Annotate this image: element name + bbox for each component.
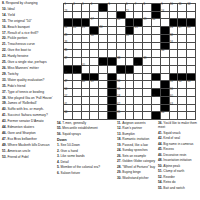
white-cell	[90, 97, 98, 104]
white-cell	[82, 43, 90, 50]
white-cell	[178, 12, 186, 19]
white-cell	[143, 43, 151, 50]
across-clue-list-left: 8. Respond by changing10. Ideal14. Yield…	[2, 1, 58, 160]
cell-number: 4	[91, 4, 92, 7]
white-cell	[187, 89, 195, 96]
clue-text: Retro do	[163, 180, 175, 184]
clue-text: Avignon assents	[122, 121, 145, 125]
clue: 51. Clump of earth	[158, 169, 199, 173]
white-cell: 65	[117, 112, 125, 119]
white-cell: 13	[64, 12, 72, 19]
white-cell	[134, 74, 142, 81]
white-cell: 44	[73, 74, 81, 81]
clue: 5. Member of the colonial era?	[57, 165, 114, 169]
white-cell: 12	[187, 4, 195, 11]
white-cell	[126, 112, 134, 119]
black-cell	[152, 112, 160, 119]
clue: 24. Sunday speeches	[117, 148, 156, 152]
white-cell	[90, 66, 98, 73]
white-cell: 34	[170, 43, 178, 50]
white-cell	[126, 50, 134, 57]
clue: 39. James of 'Rollerball'	[2, 101, 58, 106]
cell-number: 59	[152, 96, 155, 99]
black-cell	[126, 27, 134, 34]
clue: 8. Respond by changing	[2, 1, 58, 6]
black-cell	[161, 27, 169, 34]
cell-number: 21	[64, 27, 67, 30]
white-cell: 26	[170, 27, 178, 34]
cell-number: 35	[64, 50, 67, 53]
white-cell: 49	[90, 81, 98, 88]
clue: 35. Fido's friend	[2, 84, 58, 89]
white-cell	[126, 43, 134, 50]
cell-number: 49	[91, 81, 94, 84]
white-cell	[187, 66, 195, 73]
clue-text: Fido's friend	[8, 84, 26, 88]
black-cell	[152, 4, 160, 11]
white-cell	[117, 43, 125, 50]
white-cell: 39	[143, 58, 151, 65]
cell-number: 52	[179, 81, 182, 84]
white-cell	[117, 35, 125, 42]
white-cell	[187, 97, 195, 104]
clue: 10. Ideal	[2, 7, 58, 12]
clue: 30. Washstand pitcher	[117, 176, 156, 180]
clue-text: Where Macbeth kills Duncan	[8, 143, 50, 147]
white-cell	[82, 105, 90, 112]
cell-number: 29	[64, 35, 67, 38]
white-cell	[108, 66, 116, 73]
clue-text: Former senator D'Amato	[8, 119, 44, 123]
white-cell	[73, 43, 81, 50]
clue: 19. Passed, like a law	[117, 143, 156, 147]
white-cell: 19	[143, 19, 151, 26]
clue: 55. Mercantile establishment	[57, 126, 114, 130]
cell-number: 31	[126, 35, 129, 38]
white-cell	[170, 112, 178, 119]
white-cell	[143, 112, 151, 119]
cell-number: 53	[188, 81, 191, 84]
white-cell	[152, 66, 160, 73]
white-cell: 42	[134, 66, 142, 73]
white-cell	[73, 89, 81, 96]
clue-text: Recess	[163, 147, 174, 151]
clue: 22. Give the boot to	[2, 48, 58, 53]
white-cell: 41	[99, 66, 107, 73]
clue: 46. Gore and Sharpton	[2, 131, 58, 136]
down-section-header: Down	[57, 138, 114, 142]
cell-number: 45	[117, 73, 120, 76]
cell-number: 15	[126, 11, 129, 14]
black-cell	[108, 97, 116, 104]
white-cell	[126, 105, 134, 112]
white-cell	[161, 58, 169, 65]
black-cell	[152, 74, 160, 81]
white-cell	[126, 81, 134, 88]
white-cell	[143, 105, 151, 112]
white-cell	[82, 112, 90, 119]
white-cell: 2	[73, 4, 81, 11]
cell-number: 58	[117, 96, 120, 99]
white-cell	[134, 81, 142, 88]
white-cell	[143, 35, 151, 42]
cell-number: 37	[64, 58, 67, 61]
clue-text: Washstand pitcher	[122, 176, 148, 180]
clue-text: Passed, like a law	[122, 143, 148, 147]
clue-text: James of 'Rollerball'	[8, 101, 37, 105]
clue-text: Treacherous curve	[8, 42, 35, 46]
clue-text: Detail	[61, 160, 69, 164]
white-cell	[152, 50, 160, 57]
cell-number: 39	[144, 58, 147, 61]
clue-text: Give a single star, perhaps	[8, 60, 47, 64]
cell-number: 22	[73, 27, 76, 30]
white-cell: 10	[170, 4, 178, 11]
white-cell	[99, 81, 107, 88]
cell-number: 17	[91, 19, 94, 22]
cell-number: 27	[179, 27, 182, 30]
clue: 13. Bumpkin	[117, 132, 156, 136]
white-cell	[134, 50, 142, 57]
across-clues-continued: 54. T-men, generally55. Mercantile estab…	[57, 121, 114, 136]
clue-text: Hardy heroine	[8, 54, 29, 58]
white-cell	[152, 43, 160, 50]
cell-number: 34	[170, 42, 173, 45]
white-cell	[170, 66, 178, 73]
white-cell	[143, 27, 151, 34]
clue: 50. Alpine peak	[158, 164, 199, 168]
cell-number: 12	[188, 4, 191, 7]
clue-text: Golden Globe category	[122, 159, 155, 163]
white-cell	[143, 97, 151, 104]
cell-number: 16	[161, 11, 164, 14]
black-cell	[126, 19, 134, 26]
white-cell	[178, 105, 186, 112]
clue-text: Bumpkin	[122, 132, 134, 136]
cell-number: 63	[170, 104, 173, 107]
clue-text: Type of tennis or bowling	[8, 90, 44, 94]
cell-number: 65	[117, 112, 120, 115]
clue-text: Miss Manners' métier	[8, 66, 39, 70]
white-cell	[187, 58, 195, 65]
clue: 52. Reorder	[158, 175, 199, 179]
cell-number: 9	[161, 4, 162, 7]
clue-text: Yield	[8, 13, 15, 17]
white-cell: 53	[187, 81, 195, 88]
clue-text: Water quality evaluation?	[8, 78, 45, 82]
black-cell	[108, 105, 116, 112]
cell-number: 7	[135, 4, 136, 7]
clue-text: Ideal	[8, 7, 15, 11]
white-cell: 40	[82, 66, 90, 73]
white-cell	[73, 81, 81, 88]
white-cell	[152, 105, 160, 112]
clue-text: She played Gia on 'Full House'	[8, 96, 53, 100]
clue: 43. Former senator D'Amato	[2, 119, 58, 124]
white-cell: 3	[82, 4, 90, 11]
white-cell	[90, 89, 98, 96]
clue-text: Result of a rice thrill?	[8, 31, 39, 35]
clue-text: Give a hand	[61, 149, 78, 153]
white-cell: 31	[126, 35, 134, 42]
white-cell	[187, 43, 195, 50]
clue-text: Gore and Sharpton	[8, 131, 36, 135]
clue-text: Incantation initiation	[163, 158, 191, 162]
cell-number: 14	[100, 11, 103, 14]
white-cell	[178, 43, 186, 50]
white-cell	[152, 81, 160, 88]
white-cell	[82, 50, 90, 57]
cell-number: 10	[170, 4, 173, 7]
white-cell	[187, 105, 195, 112]
black-cell	[90, 27, 98, 34]
cell-number: 56	[170, 89, 173, 92]
clue-text: Reorder	[163, 175, 175, 179]
clue-text: The original "50"	[8, 19, 32, 23]
cell-number: 64	[64, 112, 67, 115]
cell-number: 46	[126, 73, 129, 76]
cell-number: 18	[117, 19, 120, 22]
clue: 1. See 50-Down	[57, 143, 114, 147]
clue: 49. Where Macbeth kills Duncan	[2, 143, 58, 148]
white-cell: 20	[152, 19, 160, 26]
clue-text: Clump of earth	[163, 169, 184, 173]
clue: 29. Twitchy	[2, 72, 58, 77]
white-cell	[73, 112, 81, 119]
white-cell: 8	[143, 4, 151, 11]
clue-text: Friend of Fidel	[8, 155, 29, 159]
white-cell	[99, 35, 107, 42]
white-cell	[134, 97, 142, 104]
white-cell	[108, 35, 116, 42]
white-cell: 24	[99, 27, 107, 34]
cell-number: 66	[161, 112, 164, 115]
clue: 4. Detail	[57, 160, 114, 164]
white-cell	[73, 12, 81, 19]
black-cell	[161, 35, 169, 42]
cell-number: 24	[100, 27, 103, 30]
cell-number: 38	[117, 58, 120, 61]
clue: 6. Saloon fixture	[57, 171, 114, 175]
black-cell	[161, 81, 169, 88]
white-cell: 11	[178, 4, 186, 11]
clue: 27. Golden Globe category	[117, 159, 156, 163]
down-clue-column-d: 36. You'd like to make them meet41. Squi…	[158, 121, 199, 191]
white-cell: 4	[90, 4, 98, 11]
clue: 44. Edmonton skaters	[2, 125, 58, 130]
clue: 51. American uncle	[2, 149, 58, 154]
cell-number: 62	[117, 104, 120, 107]
white-cell	[99, 89, 107, 96]
clue: 45. Recess	[158, 147, 199, 151]
cell-number: 13	[64, 11, 67, 14]
cell-number: 8	[144, 4, 145, 7]
white-cell	[90, 50, 98, 57]
cell-number: 50	[117, 81, 120, 84]
clue-text: Member of the colonial era?	[61, 165, 101, 169]
white-cell	[170, 58, 178, 65]
cell-number: 47	[64, 81, 67, 84]
white-cell	[82, 89, 90, 96]
cell-number: 40	[82, 65, 85, 68]
clue: 26. Miss Manners' métier	[2, 66, 58, 71]
white-cell: 17	[90, 19, 98, 26]
white-cell	[134, 35, 142, 42]
clue-text: Alpine peak	[163, 164, 180, 168]
white-cell	[117, 4, 125, 11]
clue: 20. Pickle portion	[2, 36, 58, 41]
white-cell: 16	[161, 12, 169, 19]
clue-text: Suffix with lex- or morph-	[8, 107, 44, 111]
clue-text: Succinct Sahara summary?	[8, 113, 48, 117]
clue: 3. Like some bands	[57, 154, 114, 158]
cell-number: 26	[170, 27, 173, 30]
white-cell	[178, 35, 186, 42]
black-cell	[108, 74, 116, 81]
clue: 37. Type of tennis or bowling	[2, 90, 58, 95]
clue: 21. Treacherous curve	[2, 42, 58, 47]
crossword-grid: 1234567891011121314151617181920212223242…	[63, 3, 196, 120]
clue: 40. Suffix with lex- or morph-	[2, 107, 58, 112]
white-cell	[99, 74, 107, 81]
clue: 54. Retro do	[158, 180, 199, 184]
white-cell	[152, 27, 160, 34]
clue: 33. Water quality evaluation?	[2, 78, 58, 83]
white-cell	[126, 97, 134, 104]
white-cell: 28	[187, 27, 195, 34]
clue: 25. Give a single star, perhaps	[2, 60, 58, 65]
clue: 53. Friend of Fidel	[2, 155, 58, 160]
cell-number: 54	[64, 89, 67, 92]
cell-number: 61	[64, 104, 67, 107]
clue: 17. Result of a rice thrill?	[2, 31, 58, 36]
white-cell	[82, 97, 90, 104]
white-cell: 48	[82, 81, 90, 88]
white-cell	[134, 43, 142, 50]
black-cell	[108, 81, 116, 88]
cell-number: 44	[73, 73, 76, 76]
clue-text: Big name in cameras	[163, 142, 193, 146]
white-cell	[73, 97, 81, 104]
clue: 41. Succinct Sahara summary?	[2, 113, 58, 118]
cell-number: 30	[91, 35, 94, 38]
white-cell	[187, 50, 195, 57]
black-cell	[161, 97, 169, 104]
clue: 42. Kind of seal	[158, 136, 199, 140]
white-cell	[143, 66, 151, 73]
white-cell	[161, 74, 169, 81]
white-cell	[90, 112, 98, 119]
white-cell: 25	[134, 27, 142, 34]
clue: 36. You'd like to make them meet	[158, 121, 199, 130]
white-cell	[108, 43, 116, 50]
cell-number: 60	[170, 96, 173, 99]
white-cell	[178, 50, 186, 57]
cell-number: 19	[144, 19, 147, 22]
cell-number: 33	[64, 42, 67, 45]
cell-number: 42	[135, 65, 138, 68]
white-cell: 23	[82, 27, 90, 34]
white-cell	[117, 27, 125, 34]
white-cell	[161, 19, 169, 26]
clue-text: Buying binge	[122, 170, 140, 174]
white-cell: 18	[117, 19, 125, 26]
white-cell	[82, 12, 90, 19]
cell-number: 1	[64, 4, 65, 7]
white-cell	[152, 35, 160, 42]
white-cell	[187, 12, 195, 19]
white-cell	[126, 58, 134, 65]
clue-text: American uncle	[8, 149, 31, 153]
white-cell: 14	[99, 12, 107, 19]
clue-text: Respond by changing	[6, 1, 38, 5]
clue-text: Like some bands	[61, 154, 85, 158]
white-cell	[178, 66, 186, 73]
white-cell: 15	[126, 12, 134, 19]
clue-column-b: 54. T-men, generally55. Mercantile estab…	[57, 121, 114, 176]
white-cell	[108, 50, 116, 57]
white-cell	[99, 112, 107, 119]
white-cell	[90, 58, 98, 65]
white-cell	[134, 89, 142, 96]
clue-text: Rain's partner	[122, 126, 142, 130]
white-cell	[99, 43, 107, 50]
cell-number: 57	[64, 96, 67, 99]
white-cell	[73, 58, 81, 65]
clue: 23. Hardy heroine	[2, 54, 58, 59]
clue: 48. Incantation initiation	[158, 158, 199, 162]
clue-text: Romantic invitation	[122, 137, 149, 141]
black-cell	[108, 112, 116, 119]
white-cell: 59	[152, 97, 160, 104]
clue-text: Edmonton skaters	[8, 125, 35, 129]
clue-text: Bait and switch	[163, 186, 184, 190]
cell-number: 2	[73, 4, 74, 7]
cell-number: 25	[135, 27, 138, 30]
white-cell: 64	[64, 112, 72, 119]
white-cell	[178, 58, 186, 65]
cell-number: 48	[82, 81, 85, 84]
clue-text: Squid sprays	[62, 132, 80, 136]
white-cell	[170, 50, 178, 57]
white-cell: 66	[161, 112, 169, 119]
cell-number: 6	[126, 4, 127, 7]
white-cell: 52	[178, 81, 186, 88]
white-cell	[99, 105, 107, 112]
white-cell	[134, 12, 142, 19]
clue-text: "Wheel of Fortune" buy	[122, 165, 155, 169]
cell-number: 36	[161, 50, 164, 53]
white-cell	[108, 19, 116, 26]
white-cell: 5	[108, 4, 116, 11]
clue: 38. She played Gia on 'Full House'	[2, 96, 58, 101]
clue: 29. Buying binge	[117, 170, 156, 174]
clue-text: Pickle portion	[8, 36, 28, 40]
white-cell	[143, 74, 151, 81]
white-cell: 21	[64, 27, 72, 34]
white-cell	[73, 50, 81, 57]
clue: 28. "Wheel of Fortune" buy	[117, 165, 156, 169]
white-cell	[134, 112, 142, 119]
white-cell: 37	[64, 58, 72, 65]
clue-text: Sunday speeches	[122, 148, 147, 152]
clue-text: T-men, generally	[62, 121, 86, 125]
clue: 16. Beach banquet	[2, 25, 58, 30]
white-cell	[170, 12, 178, 19]
cell-number: 5	[108, 4, 109, 7]
white-cell	[90, 105, 98, 112]
white-cell	[126, 89, 134, 96]
